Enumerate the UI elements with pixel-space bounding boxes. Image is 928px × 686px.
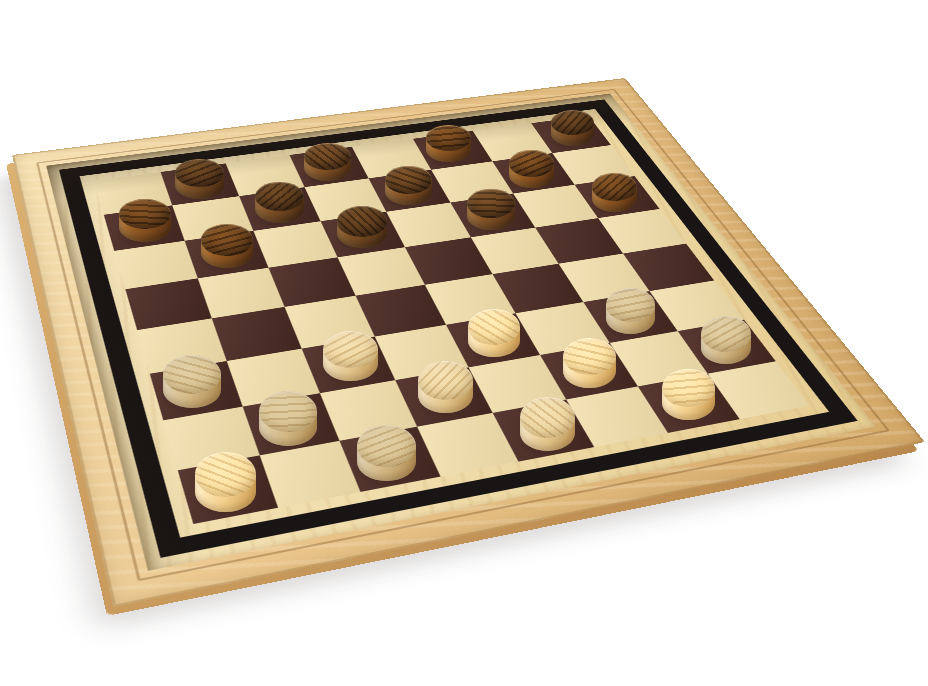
product-photo-scene: [0, 0, 928, 686]
checkers-board: [12, 78, 925, 607]
